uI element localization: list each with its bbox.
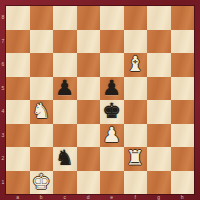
file-label-g: g xyxy=(147,194,171,200)
square-a7[interactable] xyxy=(6,30,30,54)
square-c7[interactable] xyxy=(53,30,77,54)
square-b8[interactable] xyxy=(30,6,54,30)
square-h1[interactable] xyxy=(171,171,195,195)
square-d2[interactable] xyxy=(77,147,101,171)
square-c1[interactable] xyxy=(53,171,77,195)
square-e5[interactable]: ♟ xyxy=(100,77,124,101)
square-e8[interactable] xyxy=(100,6,124,30)
square-f8[interactable] xyxy=(124,6,148,30)
white-bishop[interactable]: ♝ xyxy=(126,53,145,76)
square-c3[interactable] xyxy=(53,124,77,148)
white-pawn[interactable]: ♟ xyxy=(102,124,121,147)
black-pawn[interactable]: ♟ xyxy=(102,77,121,100)
square-e3[interactable]: ♟ xyxy=(100,124,124,148)
file-label-b: b xyxy=(30,194,54,200)
file-label-c: c xyxy=(53,194,77,200)
square-c2[interactable]: ♞ xyxy=(53,147,77,171)
file-label-f: f xyxy=(124,194,148,200)
square-c5[interactable]: ♟ xyxy=(53,77,77,101)
square-e6[interactable] xyxy=(100,53,124,77)
file-label-e: e xyxy=(100,194,124,200)
square-g5[interactable] xyxy=(147,77,171,101)
white-king[interactable]: ♚ xyxy=(32,171,51,194)
file-label-h: h xyxy=(171,194,195,200)
square-h8[interactable] xyxy=(171,6,195,30)
square-a5[interactable] xyxy=(6,77,30,101)
square-h6[interactable] xyxy=(171,53,195,77)
square-g4[interactable] xyxy=(147,100,171,124)
square-b3[interactable] xyxy=(30,124,54,148)
square-a2[interactable] xyxy=(6,147,30,171)
square-g8[interactable] xyxy=(147,6,171,30)
square-d4[interactable] xyxy=(77,100,101,124)
square-d8[interactable] xyxy=(77,6,101,30)
square-e1[interactable] xyxy=(100,171,124,195)
square-f2[interactable]: ♜ xyxy=(124,147,148,171)
file-labels: abcdefgh xyxy=(6,194,194,200)
square-g7[interactable] xyxy=(147,30,171,54)
square-h3[interactable] xyxy=(171,124,195,148)
square-c8[interactable] xyxy=(53,6,77,30)
square-b1[interactable]: ♚ xyxy=(30,171,54,195)
square-a4[interactable] xyxy=(6,100,30,124)
square-a3[interactable] xyxy=(6,124,30,148)
square-e2[interactable] xyxy=(100,147,124,171)
square-h4[interactable] xyxy=(171,100,195,124)
square-a8[interactable] xyxy=(6,6,30,30)
square-f7[interactable] xyxy=(124,30,148,54)
square-a1[interactable] xyxy=(6,171,30,195)
square-c4[interactable] xyxy=(53,100,77,124)
white-rook[interactable]: ♜ xyxy=(126,147,145,170)
square-g6[interactable] xyxy=(147,53,171,77)
square-b6[interactable] xyxy=(30,53,54,77)
square-h2[interactable] xyxy=(171,147,195,171)
square-e7[interactable] xyxy=(100,30,124,54)
black-knight[interactable]: ♞ xyxy=(55,147,74,170)
square-d7[interactable] xyxy=(77,30,101,54)
square-h5[interactable] xyxy=(171,77,195,101)
square-g2[interactable] xyxy=(147,147,171,171)
square-b7[interactable] xyxy=(30,30,54,54)
square-f1[interactable] xyxy=(124,171,148,195)
square-d3[interactable] xyxy=(77,124,101,148)
black-pawn[interactable]: ♟ xyxy=(55,77,74,100)
square-d5[interactable] xyxy=(77,77,101,101)
square-b4[interactable]: ♞ xyxy=(30,100,54,124)
chess-board: ♝♟♟♞♚♟♞♜♚ xyxy=(6,6,194,194)
square-g3[interactable] xyxy=(147,124,171,148)
square-h7[interactable] xyxy=(171,30,195,54)
square-a6[interactable] xyxy=(6,53,30,77)
file-label-d: d xyxy=(77,194,101,200)
square-g1[interactable] xyxy=(147,171,171,195)
square-e4[interactable]: ♚ xyxy=(100,100,124,124)
square-b5[interactable] xyxy=(30,77,54,101)
square-d6[interactable] xyxy=(77,53,101,77)
square-d1[interactable] xyxy=(77,171,101,195)
black-king[interactable]: ♚ xyxy=(102,100,121,123)
square-f5[interactable] xyxy=(124,77,148,101)
white-knight[interactable]: ♞ xyxy=(32,100,51,123)
square-b2[interactable] xyxy=(30,147,54,171)
chess-board-frame: 87654321 abcdefgh ♝♟♟♞♚♟♞♜♚ xyxy=(0,0,200,200)
square-f6[interactable]: ♝ xyxy=(124,53,148,77)
square-f4[interactable] xyxy=(124,100,148,124)
square-f3[interactable] xyxy=(124,124,148,148)
file-label-a: a xyxy=(6,194,30,200)
square-c6[interactable] xyxy=(53,53,77,77)
